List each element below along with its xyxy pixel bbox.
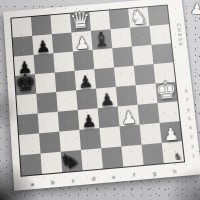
- file-label-a: a: [22, 180, 43, 189]
- black-pawn-d3[interactable]: ♟: [78, 108, 100, 130]
- pieces-layer: ♛♞♟♟♝♟♚♟♟♚♟♟♟♞: [11, 6, 184, 176]
- chessboard-photo: ♟ ♞ ♛♞♟♟♝♟♚♟♟♚♟♟♟♞ abcdefgh 87654321 CHE…: [0, 0, 200, 200]
- black-pawn-b7[interactable]: ♟: [32, 34, 53, 55]
- brand-text: CHESS: [176, 23, 185, 47]
- rank-label-1: 1: [189, 153, 198, 163]
- white-pawn-f3[interactable]: ♟: [118, 105, 140, 127]
- file-label-c: c: [63, 176, 84, 185]
- file-label-d: d: [83, 174, 104, 183]
- offboard-white-piece[interactable]: ♟: [189, 0, 200, 18]
- file-label-h: h: [164, 167, 185, 176]
- black-bishop-e7[interactable]: ♝: [91, 29, 112, 50]
- black-knight-c1[interactable]: ♞: [55, 147, 83, 175]
- white-pawn-h2[interactable]: ♟: [160, 121, 182, 143]
- file-label-g: g: [144, 169, 165, 178]
- black-pawn-d5[interactable]: ♟: [75, 69, 96, 90]
- white-king-h4[interactable]: ♚: [155, 82, 177, 103]
- white-queen-d8[interactable]: ♛: [70, 12, 91, 32]
- rank-labels: 87654321: [182, 88, 198, 163]
- chess-board: ♞ ♛♞♟♟♝♟♚♟♟♚♟♟♟♞ abcdefgh 87654321 CHESS: [3, 0, 200, 191]
- black-pawn-e4[interactable]: ♟: [96, 87, 118, 108]
- file-label-f: f: [124, 171, 145, 180]
- file-label-b: b: [42, 178, 63, 187]
- file-label-e: e: [103, 172, 124, 181]
- white-pawn-d7[interactable]: ♟: [71, 31, 92, 52]
- black-king-a5[interactable]: ♚: [15, 74, 36, 95]
- white-knight-g8[interactable]: ♞: [128, 7, 149, 27]
